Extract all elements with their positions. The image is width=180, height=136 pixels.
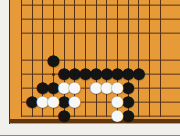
black-stone[interactable]: ●	[123, 109, 134, 123]
column-coordinate-strip	[0, 124, 180, 136]
white-stone[interactable]: ●	[69, 95, 80, 109]
white-stone[interactable]: ●	[48, 95, 59, 109]
row-coordinate-strip	[0, 0, 9, 135]
stones-layer: ●●●●●●●●●●●●●●●●●●●●●●●●●●●	[16, 0, 180, 123]
black-stone[interactable]: ●	[59, 109, 70, 123]
go-board-screenshot: ●●●●●●●●●●●●●●●●●●●●●●●●●●● ABCDEFGHJKLM…	[0, 0, 180, 135]
white-stone[interactable]: ●	[112, 109, 123, 123]
